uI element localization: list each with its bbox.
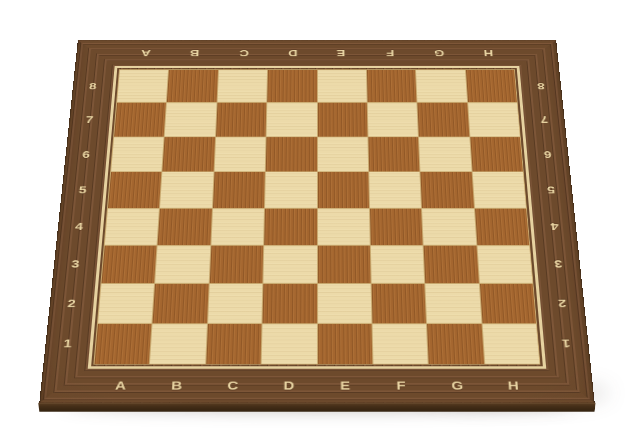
file-label-top-e: E — [337, 48, 346, 58]
board-side-edge — [38, 403, 596, 412]
rank-label-right-4: 4 — [550, 221, 559, 232]
squares-grid — [95, 70, 540, 364]
square-b6[interactable] — [163, 137, 215, 171]
square-e5[interactable] — [317, 172, 368, 207]
rank-label-right-5: 5 — [547, 184, 556, 195]
square-a8[interactable] — [117, 70, 168, 102]
square-b8[interactable] — [167, 70, 218, 102]
file-label-bottom-f: F — [396, 379, 406, 392]
square-e1[interactable] — [318, 324, 373, 364]
rank-label-left-5: 5 — [78, 184, 87, 195]
square-g7[interactable] — [418, 103, 469, 136]
square-f1[interactable] — [372, 324, 428, 364]
file-label-top-h: H — [483, 48, 493, 58]
perspective-scene: ABCDEFGH ABCDEFGH 87654321 87654321 — [0, 0, 640, 435]
rank-label-left-1: 1 — [63, 337, 72, 350]
square-h6[interactable] — [470, 137, 523, 171]
file-label-top-a: A — [141, 48, 151, 58]
square-g5[interactable] — [421, 172, 474, 207]
square-d1[interactable] — [262, 324, 317, 364]
square-d6[interactable] — [266, 137, 317, 171]
file-label-bottom-b: B — [171, 379, 183, 392]
square-b7[interactable] — [165, 103, 216, 136]
square-a2[interactable] — [98, 284, 154, 323]
rank-label-right-6: 6 — [543, 149, 552, 160]
file-label-bottom-h: H — [507, 379, 519, 392]
rank-label-left-3: 3 — [71, 258, 80, 270]
square-h3[interactable] — [477, 246, 532, 284]
square-e8[interactable] — [317, 70, 366, 102]
square-b5[interactable] — [160, 172, 213, 207]
square-f3[interactable] — [371, 246, 425, 284]
square-g2[interactable] — [426, 284, 482, 323]
file-label-top-d: D — [288, 48, 298, 58]
square-d7[interactable] — [267, 103, 317, 136]
square-b4[interactable] — [158, 208, 212, 245]
square-g3[interactable] — [424, 246, 479, 284]
file-label-top-f: F — [386, 48, 394, 58]
square-c7[interactable] — [216, 103, 267, 136]
rank-label-left-8: 8 — [89, 81, 97, 91]
rank-label-left-7: 7 — [85, 115, 94, 125]
rank-label-left-2: 2 — [67, 297, 76, 309]
square-f4[interactable] — [370, 208, 423, 245]
square-c6[interactable] — [214, 137, 265, 171]
square-a6[interactable] — [111, 137, 164, 171]
square-a7[interactable] — [114, 103, 166, 136]
square-g8[interactable] — [416, 70, 467, 102]
square-h8[interactable] — [466, 70, 517, 102]
square-f6[interactable] — [368, 137, 419, 171]
square-g4[interactable] — [422, 208, 476, 245]
file-label-bottom-d: D — [283, 379, 294, 392]
chess-board: ABCDEFGH ABCDEFGH 87654321 87654321 — [39, 40, 594, 402]
square-f2[interactable] — [372, 284, 427, 323]
square-c2[interactable] — [208, 284, 263, 323]
rank-label-right-8: 8 — [537, 81, 545, 91]
square-h1[interactable] — [482, 324, 539, 364]
file-label-bottom-g: G — [451, 379, 463, 392]
square-e2[interactable] — [318, 284, 372, 323]
square-g6[interactable] — [419, 137, 471, 171]
square-a1[interactable] — [95, 324, 152, 364]
rank-label-right-1: 1 — [561, 337, 570, 350]
square-b3[interactable] — [155, 246, 210, 284]
square-h5[interactable] — [472, 172, 526, 207]
rank-label-right-3: 3 — [554, 258, 563, 270]
file-label-top-g: G — [434, 48, 445, 58]
photo-canvas: ABCDEFGH ABCDEFGH 87654321 87654321 — [0, 0, 640, 435]
rank-label-left-6: 6 — [82, 149, 91, 160]
square-a4[interactable] — [105, 208, 160, 245]
file-labels-bottom: ABCDEFGH — [91, 369, 543, 403]
square-b2[interactable] — [153, 284, 209, 323]
file-label-bottom-c: C — [227, 379, 238, 392]
square-e4[interactable] — [318, 208, 370, 245]
rank-label-right-2: 2 — [558, 297, 567, 309]
square-e3[interactable] — [318, 246, 371, 284]
square-d4[interactable] — [264, 208, 316, 245]
square-f8[interactable] — [367, 70, 417, 102]
square-d2[interactable] — [263, 284, 317, 323]
file-labels-top: ABCDEFGH — [120, 40, 513, 66]
file-label-top-b: B — [190, 48, 200, 58]
square-d5[interactable] — [265, 172, 316, 207]
square-d8[interactable] — [267, 70, 316, 102]
square-c5[interactable] — [213, 172, 265, 207]
square-f5[interactable] — [369, 172, 421, 207]
square-e7[interactable] — [317, 103, 367, 136]
square-a3[interactable] — [101, 246, 156, 284]
square-f7[interactable] — [368, 103, 419, 136]
square-c3[interactable] — [210, 246, 264, 284]
square-h4[interactable] — [475, 208, 530, 245]
square-h7[interactable] — [468, 103, 520, 136]
file-label-bottom-a: A — [115, 379, 127, 392]
rank-label-left-4: 4 — [75, 221, 84, 232]
file-label-bottom-e: E — [340, 379, 350, 392]
rank-label-right-7: 7 — [540, 115, 549, 125]
square-c8[interactable] — [217, 70, 267, 102]
square-b1[interactable] — [150, 324, 206, 364]
square-c1[interactable] — [206, 324, 262, 364]
square-c4[interactable] — [211, 208, 264, 245]
square-a5[interactable] — [108, 172, 162, 207]
file-label-top-c: C — [239, 48, 249, 58]
square-h2[interactable] — [480, 284, 536, 323]
square-d3[interactable] — [264, 246, 317, 284]
square-e6[interactable] — [317, 137, 368, 171]
square-g1[interactable] — [427, 324, 483, 364]
